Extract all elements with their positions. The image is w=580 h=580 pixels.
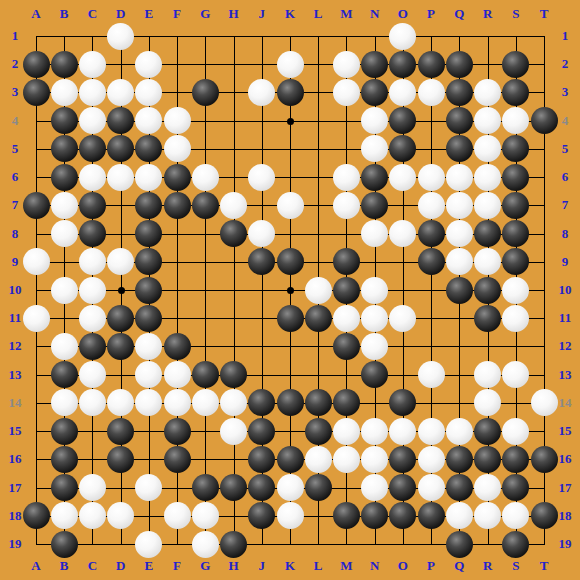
stone-white-R14[interactable] [474, 389, 501, 416]
stone-white-C10[interactable] [79, 277, 106, 304]
col-label-bottom-S: S [512, 558, 519, 574]
stone-black-S17[interactable] [502, 474, 529, 501]
stone-black-B16[interactable] [51, 446, 78, 473]
col-label-bottom-O: O [398, 558, 408, 574]
stone-white-P7[interactable] [418, 192, 445, 219]
row-label-left-10: 10 [9, 282, 22, 298]
stone-black-Q19[interactable] [446, 531, 473, 558]
col-label-top-N: N [370, 6, 379, 22]
stone-black-A18[interactable] [23, 502, 50, 529]
stone-black-Q17[interactable] [446, 474, 473, 501]
stone-black-L11[interactable] [305, 305, 332, 332]
stone-white-R3[interactable] [474, 79, 501, 106]
stone-black-L17[interactable] [305, 474, 332, 501]
col-label-top-J: J [259, 6, 266, 22]
stone-white-N16[interactable] [361, 446, 388, 473]
stone-black-O5[interactable] [389, 135, 416, 162]
stone-black-P9[interactable] [418, 248, 445, 275]
stone-black-F7[interactable] [164, 192, 191, 219]
row-label-left-1: 1 [12, 28, 19, 44]
stone-black-E11[interactable] [135, 305, 162, 332]
stone-white-D9[interactable] [107, 248, 134, 275]
row-label-right-14: 14 [559, 395, 572, 411]
row-label-right-8: 8 [562, 226, 569, 242]
stone-black-N7[interactable] [361, 192, 388, 219]
stone-black-M18[interactable] [333, 502, 360, 529]
stone-white-O6[interactable] [389, 164, 416, 191]
row-label-left-7: 7 [12, 197, 19, 213]
stone-white-O15[interactable] [389, 418, 416, 445]
stone-white-M16[interactable] [333, 446, 360, 473]
stone-white-H7[interactable] [220, 192, 247, 219]
stone-black-O17[interactable] [389, 474, 416, 501]
stone-white-J8[interactable] [248, 220, 275, 247]
row-label-left-2: 2 [12, 56, 19, 72]
stone-white-F5[interactable] [164, 135, 191, 162]
stone-black-H19[interactable] [220, 531, 247, 558]
stone-black-Q5[interactable] [446, 135, 473, 162]
col-label-bottom-G: G [200, 558, 210, 574]
col-label-bottom-A: A [31, 558, 40, 574]
row-label-left-9: 9 [12, 254, 19, 270]
stone-black-O18[interactable] [389, 502, 416, 529]
stone-white-H15[interactable] [220, 418, 247, 445]
stone-black-P2[interactable] [418, 51, 445, 78]
stone-black-S7[interactable] [502, 192, 529, 219]
col-label-top-S: S [512, 6, 519, 22]
stone-white-S11[interactable] [502, 305, 529, 332]
stone-black-N6[interactable] [361, 164, 388, 191]
stone-white-H14[interactable] [220, 389, 247, 416]
stone-white-K7[interactable] [277, 192, 304, 219]
row-label-right-17: 17 [559, 480, 572, 496]
stone-white-R13[interactable] [474, 361, 501, 388]
stone-white-D1[interactable] [107, 23, 134, 50]
col-label-top-G: G [200, 6, 210, 22]
row-label-left-13: 13 [9, 367, 22, 383]
stone-black-E7[interactable] [135, 192, 162, 219]
stone-white-M7[interactable] [333, 192, 360, 219]
stone-black-T4[interactable] [531, 107, 558, 134]
col-label-bottom-B: B [60, 558, 69, 574]
stone-black-A3[interactable] [23, 79, 50, 106]
stone-white-C3[interactable] [79, 79, 106, 106]
stone-white-B18[interactable] [51, 502, 78, 529]
stone-white-S15[interactable] [502, 418, 529, 445]
stone-black-S3[interactable] [502, 79, 529, 106]
row-label-left-11: 11 [9, 310, 21, 326]
stone-black-A7[interactable] [23, 192, 50, 219]
stone-white-Q18[interactable] [446, 502, 473, 529]
stone-black-S2[interactable] [502, 51, 529, 78]
stone-black-F12[interactable] [164, 333, 191, 360]
row-label-left-18: 18 [9, 508, 22, 524]
col-label-top-B: B [60, 6, 69, 22]
stone-white-P17[interactable] [418, 474, 445, 501]
stone-black-L15[interactable] [305, 418, 332, 445]
stone-white-P3[interactable] [418, 79, 445, 106]
row-label-right-13: 13 [559, 367, 572, 383]
stone-black-E9[interactable] [135, 248, 162, 275]
row-label-left-19: 19 [9, 536, 22, 552]
col-label-top-E: E [145, 6, 154, 22]
stone-black-O16[interactable] [389, 446, 416, 473]
row-label-left-12: 12 [9, 338, 22, 354]
stone-white-C18[interactable] [79, 502, 106, 529]
stone-black-K14[interactable] [277, 389, 304, 416]
stone-white-R4[interactable] [474, 107, 501, 134]
stone-white-M2[interactable] [333, 51, 360, 78]
stone-white-F13[interactable] [164, 361, 191, 388]
stone-white-B8[interactable] [51, 220, 78, 247]
stone-black-M9[interactable] [333, 248, 360, 275]
col-label-bottom-P: P [427, 558, 435, 574]
row-label-left-3: 3 [12, 84, 19, 100]
stone-white-R17[interactable] [474, 474, 501, 501]
star-point-K10 [287, 287, 294, 294]
row-label-left-16: 16 [9, 451, 22, 467]
stone-black-O14[interactable] [389, 389, 416, 416]
stone-black-N18[interactable] [361, 502, 388, 529]
col-label-bottom-D: D [116, 558, 125, 574]
row-label-right-7: 7 [562, 197, 569, 213]
stone-black-B4[interactable] [51, 107, 78, 134]
row-label-right-6: 6 [562, 169, 569, 185]
stone-white-T14[interactable] [531, 389, 558, 416]
col-label-top-D: D [116, 6, 125, 22]
col-label-top-O: O [398, 6, 408, 22]
stone-white-L10[interactable] [305, 277, 332, 304]
col-label-bottom-R: R [483, 558, 492, 574]
stone-black-N13[interactable] [361, 361, 388, 388]
stone-black-P8[interactable] [418, 220, 445, 247]
row-label-right-19: 19 [559, 536, 572, 552]
stone-white-M11[interactable] [333, 305, 360, 332]
row-label-right-1: 1 [562, 28, 569, 44]
stone-white-Q7[interactable] [446, 192, 473, 219]
stone-black-D5[interactable] [107, 135, 134, 162]
col-label-top-M: M [340, 6, 352, 22]
stone-black-K9[interactable] [277, 248, 304, 275]
col-label-bottom-L: L [314, 558, 323, 574]
stone-black-C5[interactable] [79, 135, 106, 162]
stone-white-R5[interactable] [474, 135, 501, 162]
col-label-top-K: K [285, 6, 295, 22]
stone-white-Q6[interactable] [446, 164, 473, 191]
stone-black-J15[interactable] [248, 418, 275, 445]
row-label-left-17: 17 [9, 480, 22, 496]
stone-black-M12[interactable] [333, 333, 360, 360]
stone-white-A11[interactable] [23, 305, 50, 332]
col-label-bottom-T: T [540, 558, 549, 574]
stone-black-D4[interactable] [107, 107, 134, 134]
stone-white-C13[interactable] [79, 361, 106, 388]
stone-black-R15[interactable] [474, 418, 501, 445]
stone-white-F14[interactable] [164, 389, 191, 416]
stone-black-J18[interactable] [248, 502, 275, 529]
stone-black-B5[interactable] [51, 135, 78, 162]
col-label-bottom-C: C [88, 558, 97, 574]
stone-black-S6[interactable] [502, 164, 529, 191]
row-label-right-11: 11 [559, 310, 571, 326]
stone-black-S9[interactable] [502, 248, 529, 275]
stone-white-D18[interactable] [107, 502, 134, 529]
stone-black-J9[interactable] [248, 248, 275, 275]
stone-white-S13[interactable] [502, 361, 529, 388]
stone-white-L16[interactable] [305, 446, 332, 473]
row-label-left-4: 4 [12, 113, 19, 129]
stone-black-B13[interactable] [51, 361, 78, 388]
stone-black-J17[interactable] [248, 474, 275, 501]
stone-white-C17[interactable] [79, 474, 106, 501]
stone-black-R11[interactable] [474, 305, 501, 332]
stone-white-B7[interactable] [51, 192, 78, 219]
stone-black-T16[interactable] [531, 446, 558, 473]
col-label-bottom-K: K [285, 558, 295, 574]
stone-white-N4[interactable] [361, 107, 388, 134]
stone-black-T18[interactable] [531, 502, 558, 529]
stone-black-S16[interactable] [502, 446, 529, 473]
stone-white-E6[interactable] [135, 164, 162, 191]
stone-black-K16[interactable] [277, 446, 304, 473]
stone-white-D14[interactable] [107, 389, 134, 416]
stone-black-J14[interactable] [248, 389, 275, 416]
stone-black-O2[interactable] [389, 51, 416, 78]
stone-black-Q16[interactable] [446, 446, 473, 473]
stone-white-C9[interactable] [79, 248, 106, 275]
stone-white-D6[interactable] [107, 164, 134, 191]
stone-white-F4[interactable] [164, 107, 191, 134]
row-label-right-5: 5 [562, 141, 569, 157]
stone-white-M6[interactable] [333, 164, 360, 191]
stone-black-G17[interactable] [192, 474, 219, 501]
stone-black-R16[interactable] [474, 446, 501, 473]
col-label-top-L: L [314, 6, 323, 22]
stone-white-N17[interactable] [361, 474, 388, 501]
stone-black-C12[interactable] [79, 333, 106, 360]
stone-white-K18[interactable] [277, 502, 304, 529]
stone-black-A2[interactable] [23, 51, 50, 78]
stone-white-N10[interactable] [361, 277, 388, 304]
stone-black-E5[interactable] [135, 135, 162, 162]
stone-white-E2[interactable] [135, 51, 162, 78]
stone-black-P18[interactable] [418, 502, 445, 529]
stone-white-O11[interactable] [389, 305, 416, 332]
stone-white-E12[interactable] [135, 333, 162, 360]
grid-line-horizontal [36, 375, 545, 376]
row-label-right-4: 4 [562, 113, 569, 129]
stone-black-F15[interactable] [164, 418, 191, 445]
stone-white-C4[interactable] [79, 107, 106, 134]
row-label-left-15: 15 [9, 423, 22, 439]
row-label-right-2: 2 [562, 56, 569, 72]
col-label-bottom-Q: Q [454, 558, 464, 574]
stone-white-R7[interactable] [474, 192, 501, 219]
stone-white-Q9[interactable] [446, 248, 473, 275]
stone-white-F18[interactable] [164, 502, 191, 529]
stone-black-H17[interactable] [220, 474, 247, 501]
col-label-top-H: H [229, 6, 239, 22]
stone-black-C7[interactable] [79, 192, 106, 219]
stone-black-O4[interactable] [389, 107, 416, 134]
stone-white-R18[interactable] [474, 502, 501, 529]
row-label-right-18: 18 [559, 508, 572, 524]
stone-black-N2[interactable] [361, 51, 388, 78]
stone-white-J6[interactable] [248, 164, 275, 191]
col-label-top-T: T [540, 6, 549, 22]
stone-white-G14[interactable] [192, 389, 219, 416]
col-label-top-C: C [88, 6, 97, 22]
row-label-right-16: 16 [559, 451, 572, 467]
stone-black-R10[interactable] [474, 277, 501, 304]
stone-black-B17[interactable] [51, 474, 78, 501]
go-board[interactable]: AABBCCDDEEFFGGHHJJKKLLMMNNOOPPQQRRSSTT11… [0, 0, 580, 580]
col-label-bottom-E: E [145, 558, 154, 574]
stone-black-D16[interactable] [107, 446, 134, 473]
stone-black-R8[interactable] [474, 220, 501, 247]
row-label-right-12: 12 [559, 338, 572, 354]
stone-white-E14[interactable] [135, 389, 162, 416]
stone-white-R6[interactable] [474, 164, 501, 191]
stone-white-K17[interactable] [277, 474, 304, 501]
col-label-bottom-H: H [229, 558, 239, 574]
stone-white-A9[interactable] [23, 248, 50, 275]
stone-black-E10[interactable] [135, 277, 162, 304]
stone-white-O1[interactable] [389, 23, 416, 50]
stone-white-S4[interactable] [502, 107, 529, 134]
stone-black-F6[interactable] [164, 164, 191, 191]
stone-white-C11[interactable] [79, 305, 106, 332]
stone-black-G3[interactable] [192, 79, 219, 106]
stone-white-N8[interactable] [361, 220, 388, 247]
stone-black-G7[interactable] [192, 192, 219, 219]
col-label-bottom-F: F [173, 558, 181, 574]
stone-white-D3[interactable] [107, 79, 134, 106]
row-label-left-8: 8 [12, 226, 19, 242]
stone-black-K11[interactable] [277, 305, 304, 332]
stone-white-P6[interactable] [418, 164, 445, 191]
stone-white-B10[interactable] [51, 277, 78, 304]
stone-white-N15[interactable] [361, 418, 388, 445]
row-label-left-14: 14 [9, 395, 22, 411]
stone-black-D12[interactable] [107, 333, 134, 360]
stone-white-P16[interactable] [418, 446, 445, 473]
stone-black-B6[interactable] [51, 164, 78, 191]
stone-white-O3[interactable] [389, 79, 416, 106]
stone-white-E19[interactable] [135, 531, 162, 558]
row-label-right-3: 3 [562, 84, 569, 100]
stone-black-Q4[interactable] [446, 107, 473, 134]
stone-white-J3[interactable] [248, 79, 275, 106]
stone-black-H8[interactable] [220, 220, 247, 247]
stone-white-C14[interactable] [79, 389, 106, 416]
col-label-bottom-J: J [259, 558, 266, 574]
stone-white-C6[interactable] [79, 164, 106, 191]
stone-black-J16[interactable] [248, 446, 275, 473]
row-label-right-10: 10 [559, 282, 572, 298]
stone-black-D11[interactable] [107, 305, 134, 332]
stone-white-Q8[interactable] [446, 220, 473, 247]
stone-white-B14[interactable] [51, 389, 78, 416]
stone-black-Q10[interactable] [446, 277, 473, 304]
star-point-K4 [287, 118, 294, 125]
stone-white-G19[interactable] [192, 531, 219, 558]
row-label-right-15: 15 [559, 423, 572, 439]
stone-white-G6[interactable] [192, 164, 219, 191]
stone-black-S8[interactable] [502, 220, 529, 247]
stone-white-P13[interactable] [418, 361, 445, 388]
stone-white-M3[interactable] [333, 79, 360, 106]
col-label-bottom-M: M [340, 558, 352, 574]
stone-black-K3[interactable] [277, 79, 304, 106]
stone-black-B2[interactable] [51, 51, 78, 78]
stone-white-E17[interactable] [135, 474, 162, 501]
stone-white-N5[interactable] [361, 135, 388, 162]
stone-white-R9[interactable] [474, 248, 501, 275]
stone-black-H13[interactable] [220, 361, 247, 388]
stone-white-O8[interactable] [389, 220, 416, 247]
stone-black-F16[interactable] [164, 446, 191, 473]
stone-black-C8[interactable] [79, 220, 106, 247]
stone-black-Q3[interactable] [446, 79, 473, 106]
stone-black-Q2[interactable] [446, 51, 473, 78]
col-label-top-A: A [31, 6, 40, 22]
stone-black-B19[interactable] [51, 531, 78, 558]
stone-white-N11[interactable] [361, 305, 388, 332]
row-label-left-5: 5 [12, 141, 19, 157]
stone-black-M10[interactable] [333, 277, 360, 304]
col-label-top-R: R [483, 6, 492, 22]
stone-white-M15[interactable] [333, 418, 360, 445]
row-label-left-6: 6 [12, 169, 19, 185]
stone-white-S10[interactable] [502, 277, 529, 304]
stone-white-S18[interactable] [502, 502, 529, 529]
stone-black-S5[interactable] [502, 135, 529, 162]
col-label-bottom-N: N [370, 558, 379, 574]
stone-black-E8[interactable] [135, 220, 162, 247]
stone-white-C2[interactable] [79, 51, 106, 78]
stone-black-B15[interactable] [51, 418, 78, 445]
stone-white-B12[interactable] [51, 333, 78, 360]
stone-white-N12[interactable] [361, 333, 388, 360]
star-point-D10 [118, 287, 125, 294]
stone-white-E4[interactable] [135, 107, 162, 134]
stone-white-G18[interactable] [192, 502, 219, 529]
stone-white-P15[interactable] [418, 418, 445, 445]
col-label-top-F: F [173, 6, 181, 22]
stone-black-S19[interactable] [502, 531, 529, 558]
stone-black-L14[interactable] [305, 389, 332, 416]
stone-black-D15[interactable] [107, 418, 134, 445]
stone-white-Q15[interactable] [446, 418, 473, 445]
row-label-right-9: 9 [562, 254, 569, 270]
stone-black-N3[interactable] [361, 79, 388, 106]
stone-black-G13[interactable] [192, 361, 219, 388]
col-label-top-P: P [427, 6, 435, 22]
col-label-top-Q: Q [454, 6, 464, 22]
stone-white-B3[interactable] [51, 79, 78, 106]
stone-white-E13[interactable] [135, 361, 162, 388]
stone-white-E3[interactable] [135, 79, 162, 106]
stone-white-K2[interactable] [277, 51, 304, 78]
stone-black-M14[interactable] [333, 389, 360, 416]
